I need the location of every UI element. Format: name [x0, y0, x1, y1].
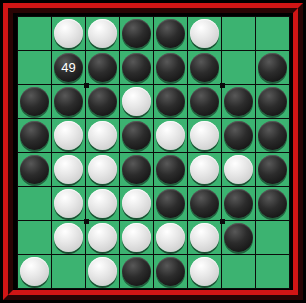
cell-h1[interactable]: [256, 17, 289, 50]
cell-a2[interactable]: [18, 51, 51, 84]
black-disc-d5: [122, 155, 151, 184]
cell-a8[interactable]: [18, 255, 51, 288]
star-point: [220, 83, 225, 88]
cell-g4[interactable]: [222, 119, 255, 152]
cell-g6[interactable]: [222, 187, 255, 220]
black-disc-f6: [190, 189, 219, 218]
black-disc-d2: [122, 53, 151, 82]
black-disc-e8: [156, 257, 185, 286]
cell-d2[interactable]: [120, 51, 153, 84]
white-disc-c7: [88, 223, 117, 252]
cell-h7[interactable]: [256, 221, 289, 254]
white-disc-d6: [122, 189, 151, 218]
white-disc-b1: [54, 19, 83, 48]
black-disc-g7: [224, 223, 253, 252]
cell-f1[interactable]: [188, 17, 221, 50]
cell-b8[interactable]: [52, 255, 85, 288]
black-disc-h2: [258, 53, 287, 82]
black-disc-d1: [122, 19, 151, 48]
white-disc-c5: [88, 155, 117, 184]
white-disc-c8: [88, 257, 117, 286]
cell-f3[interactable]: [188, 85, 221, 118]
cell-b5[interactable]: [52, 153, 85, 186]
cell-b1[interactable]: [52, 17, 85, 50]
black-disc-e5: [156, 155, 185, 184]
white-disc-c6: [88, 189, 117, 218]
cell-b2[interactable]: 49: [52, 51, 85, 84]
cell-a4[interactable]: [18, 119, 51, 152]
cell-f6[interactable]: [188, 187, 221, 220]
cell-h5[interactable]: [256, 153, 289, 186]
cell-f5[interactable]: [188, 153, 221, 186]
cell-b7[interactable]: [52, 221, 85, 254]
star-point: [84, 219, 89, 224]
last-move-number: 49: [61, 61, 75, 74]
white-disc-b5: [54, 155, 83, 184]
cell-e4[interactable]: [154, 119, 187, 152]
white-disc-f1: [190, 19, 219, 48]
cell-e6[interactable]: [154, 187, 187, 220]
black-disc-e6: [156, 189, 185, 218]
cell-d1[interactable]: [120, 17, 153, 50]
cell-b6[interactable]: [52, 187, 85, 220]
cell-e8[interactable]: [154, 255, 187, 288]
cell-g8[interactable]: [222, 255, 255, 288]
cell-b3[interactable]: [52, 85, 85, 118]
cell-h8[interactable]: [256, 255, 289, 288]
cell-a1[interactable]: [18, 17, 51, 50]
cell-g2[interactable]: [222, 51, 255, 84]
cell-h4[interactable]: [256, 119, 289, 152]
cell-e5[interactable]: [154, 153, 187, 186]
cell-d8[interactable]: [120, 255, 153, 288]
white-disc-b7: [54, 223, 83, 252]
cell-f7[interactable]: [188, 221, 221, 254]
cell-g5[interactable]: [222, 153, 255, 186]
black-disc-a3: [20, 87, 49, 116]
black-disc-b2: 49: [54, 53, 83, 82]
black-disc-b3: [54, 87, 83, 116]
white-disc-f4: [190, 121, 219, 150]
cell-a3[interactable]: [18, 85, 51, 118]
cell-g3[interactable]: [222, 85, 255, 118]
cell-f4[interactable]: [188, 119, 221, 152]
othello-board: 49: [17, 16, 290, 289]
cell-c2[interactable]: [86, 51, 119, 84]
black-disc-a5: [20, 155, 49, 184]
black-disc-e2: [156, 53, 185, 82]
cell-h6[interactable]: [256, 187, 289, 220]
cell-c8[interactable]: [86, 255, 119, 288]
cell-g1[interactable]: [222, 17, 255, 50]
white-disc-e4: [156, 121, 185, 150]
cell-h2[interactable]: [256, 51, 289, 84]
black-disc-h3: [258, 87, 287, 116]
white-disc-e7: [156, 223, 185, 252]
white-disc-a8: [20, 257, 49, 286]
board-frame: 49: [3, 3, 303, 300]
black-disc-e3: [156, 87, 185, 116]
cell-f2[interactable]: [188, 51, 221, 84]
cell-d7[interactable]: [120, 221, 153, 254]
cell-d6[interactable]: [120, 187, 153, 220]
cell-a5[interactable]: [18, 153, 51, 186]
white-disc-f8: [190, 257, 219, 286]
black-disc-h5: [258, 155, 287, 184]
white-disc-b4: [54, 121, 83, 150]
cell-e3[interactable]: [154, 85, 187, 118]
cell-e2[interactable]: [154, 51, 187, 84]
cell-b4[interactable]: [52, 119, 85, 152]
cell-d3[interactable]: [120, 85, 153, 118]
black-disc-f3: [190, 87, 219, 116]
white-disc-d3: [122, 87, 151, 116]
white-disc-d7: [122, 223, 151, 252]
cell-d5[interactable]: [120, 153, 153, 186]
white-disc-f7: [190, 223, 219, 252]
cell-e7[interactable]: [154, 221, 187, 254]
white-disc-b6: [54, 189, 83, 218]
cell-a7[interactable]: [18, 221, 51, 254]
black-disc-d4: [122, 121, 151, 150]
white-disc-c4: [88, 121, 117, 150]
black-disc-g6: [224, 189, 253, 218]
cell-c7[interactable]: [86, 221, 119, 254]
black-disc-d8: [122, 257, 151, 286]
cell-f8[interactable]: [188, 255, 221, 288]
cell-a6[interactable]: [18, 187, 51, 220]
black-disc-g4: [224, 121, 253, 150]
white-disc-f5: [190, 155, 219, 184]
cell-e1[interactable]: [154, 17, 187, 50]
black-disc-c3: [88, 87, 117, 116]
star-point: [220, 219, 225, 224]
cell-c5[interactable]: [86, 153, 119, 186]
black-disc-a4: [20, 121, 49, 150]
cell-c3[interactable]: [86, 85, 119, 118]
black-disc-f2: [190, 53, 219, 82]
black-disc-h6: [258, 189, 287, 218]
othello-app-window: 49: [0, 0, 306, 303]
cell-h3[interactable]: [256, 85, 289, 118]
black-disc-g3: [224, 87, 253, 116]
cell-g7[interactable]: [222, 221, 255, 254]
cell-c1[interactable]: [86, 17, 119, 50]
black-disc-h4: [258, 121, 287, 150]
cell-c6[interactable]: [86, 187, 119, 220]
cell-c4[interactable]: [86, 119, 119, 152]
white-disc-g5: [224, 155, 253, 184]
star-point: [84, 83, 89, 88]
white-disc-c1: [88, 19, 117, 48]
cell-d4[interactable]: [120, 119, 153, 152]
black-disc-e1: [156, 19, 185, 48]
black-disc-c2: [88, 53, 117, 82]
